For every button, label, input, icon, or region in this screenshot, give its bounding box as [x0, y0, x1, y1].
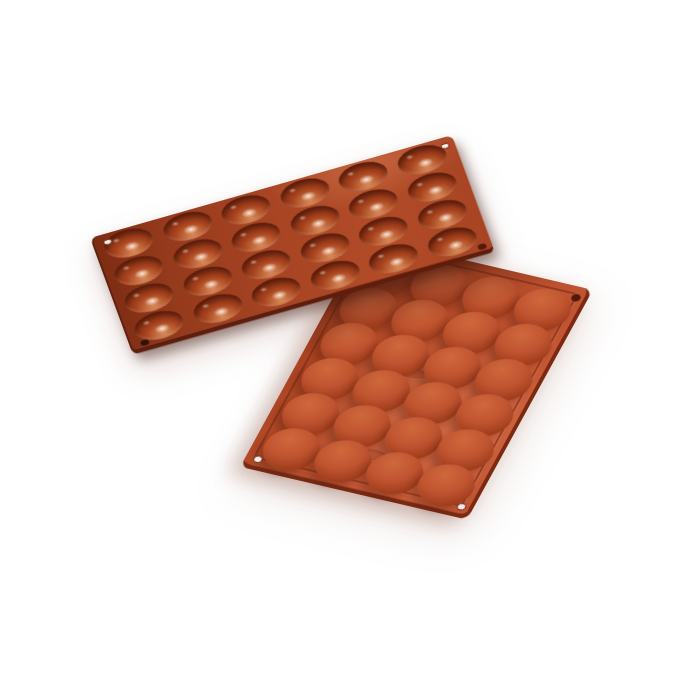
corner-hole-s [455, 502, 468, 511]
corner-hole-e [569, 293, 582, 302]
corner-hole-ne [439, 142, 450, 150]
corner-hole-w [251, 455, 264, 464]
corner-hole-sw [139, 339, 150, 347]
corner-hole-nw [102, 238, 113, 246]
product-photo [0, 0, 700, 700]
corner-hole-se [476, 243, 487, 251]
